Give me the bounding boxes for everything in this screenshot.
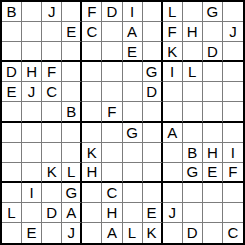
cell-r8c8[interactable]	[143, 143, 163, 163]
cell-r9c12[interactable]: F	[223, 163, 243, 183]
cell-r6c12[interactable]	[223, 102, 243, 122]
cell-r5c2[interactable]: J	[22, 82, 42, 102]
cell-r3c10[interactable]	[183, 42, 203, 62]
cell-r1c10[interactable]	[183, 2, 203, 22]
cell-r11c9[interactable]: J	[163, 203, 183, 223]
cell-r4c11[interactable]	[203, 62, 223, 82]
cell-r2c3[interactable]	[42, 22, 62, 42]
cell-r1c5[interactable]: F	[82, 2, 102, 22]
cell-r3c12[interactable]	[223, 42, 243, 62]
cell-r5c7[interactable]	[123, 82, 143, 102]
cell-r8c10[interactable]: B	[183, 143, 203, 163]
cell-r7c1[interactable]	[2, 123, 22, 143]
cell-r8c9[interactable]	[163, 143, 183, 163]
cell-r7c6[interactable]	[102, 123, 122, 143]
cell-r7c5[interactable]	[82, 123, 102, 143]
cell-r5c1[interactable]: E	[2, 82, 22, 102]
cell-r10c11[interactable]	[203, 183, 223, 203]
cell-r3c11[interactable]: D	[203, 42, 223, 62]
cell-r8c1[interactable]	[2, 143, 22, 163]
cell-r11c1[interactable]: L	[2, 203, 22, 223]
cell-r12c8[interactable]: K	[143, 223, 163, 243]
cell-r5c5[interactable]	[82, 82, 102, 102]
cell-r4c3[interactable]: F	[42, 62, 62, 82]
cell-r1c11[interactable]: G	[203, 2, 223, 22]
cell-r5c3[interactable]: C	[42, 82, 62, 102]
cell-r9c10[interactable]: G	[183, 163, 203, 183]
cell-r3c4[interactable]	[62, 42, 82, 62]
cell-r7c3[interactable]	[42, 123, 62, 143]
cell-r1c9[interactable]: L	[163, 2, 183, 22]
cell-r12c7[interactable]: L	[123, 223, 143, 243]
cell-r9c5[interactable]: H	[82, 163, 102, 183]
cell-r10c5[interactable]	[82, 183, 102, 203]
cell-r3c3[interactable]	[42, 42, 62, 62]
cell-r7c10[interactable]	[183, 123, 203, 143]
cell-r9c8[interactable]	[143, 163, 163, 183]
sudoku-board: B J FDI L G EC A FH J E K D DHF GIL EJC …	[0, 0, 245, 245]
cell-r2c12[interactable]: J	[223, 22, 243, 42]
cell-r10c8[interactable]	[143, 183, 163, 203]
cell-r6c8[interactable]	[143, 102, 163, 122]
cell-r7c8[interactable]	[143, 123, 163, 143]
cell-r10c4[interactable]: G	[62, 183, 82, 203]
cell-r9c6[interactable]	[102, 163, 122, 183]
cell-r2c10[interactable]: H	[183, 22, 203, 42]
cell-r11c8[interactable]: E	[143, 203, 163, 223]
cell-r12c3[interactable]	[42, 223, 62, 243]
cell-r8c12[interactable]: I	[223, 143, 243, 163]
cell-r6c11[interactable]	[203, 102, 223, 122]
cell-r4c1[interactable]: D	[2, 62, 22, 82]
cell-r10c10[interactable]	[183, 183, 203, 203]
cell-r11c12[interactable]	[223, 203, 243, 223]
cell-r4c5[interactable]	[82, 62, 102, 82]
cell-r12c6[interactable]: A	[102, 223, 122, 243]
cell-r10c6[interactable]: C	[102, 183, 122, 203]
cell-r4c4[interactable]	[62, 62, 82, 82]
cell-r1c4[interactable]	[62, 2, 82, 22]
cell-r10c2[interactable]: I	[22, 183, 42, 203]
cell-r1c6[interactable]: D	[102, 2, 122, 22]
cell-r5c4[interactable]	[62, 82, 82, 102]
cell-r2c7[interactable]: A	[123, 22, 143, 42]
cell-r5c8[interactable]: D	[143, 82, 163, 102]
cell-r11c4[interactable]: A	[62, 203, 82, 223]
cell-r8c6[interactable]	[102, 143, 122, 163]
cell-r9c1[interactable]	[2, 163, 22, 183]
cell-r5c10[interactable]	[183, 82, 203, 102]
cell-r9c3[interactable]: K	[42, 163, 62, 183]
cell-r11c6[interactable]: H	[102, 203, 122, 223]
cell-r4c9[interactable]: I	[163, 62, 183, 82]
cell-r2c1[interactable]	[2, 22, 22, 42]
cell-r12c1[interactable]	[2, 223, 22, 243]
cell-r3c6[interactable]	[102, 42, 122, 62]
cell-r6c7[interactable]	[123, 102, 143, 122]
cell-r6c9[interactable]	[163, 102, 183, 122]
cell-r6c4[interactable]: B	[62, 102, 82, 122]
cell-r12c11[interactable]	[203, 223, 223, 243]
cell-r3c5[interactable]	[82, 42, 102, 62]
cell-r6c1[interactable]	[2, 102, 22, 122]
cell-r10c1[interactable]	[2, 183, 22, 203]
cell-r4c12[interactable]	[223, 62, 243, 82]
cell-r4c10[interactable]: L	[183, 62, 203, 82]
cell-r8c4[interactable]	[62, 143, 82, 163]
cell-r8c2[interactable]	[22, 143, 42, 163]
cell-r11c2[interactable]	[22, 203, 42, 223]
cell-r12c2[interactable]: E	[22, 223, 42, 243]
cell-r7c4[interactable]	[62, 123, 82, 143]
cell-r9c11[interactable]: E	[203, 163, 223, 183]
cell-r5c11[interactable]	[203, 82, 223, 102]
cell-r3c9[interactable]: K	[163, 42, 183, 62]
cell-r9c7[interactable]	[123, 163, 143, 183]
cell-r4c6[interactable]	[102, 62, 122, 82]
cell-r9c2[interactable]	[22, 163, 42, 183]
cell-r7c2[interactable]	[22, 123, 42, 143]
cell-r6c10[interactable]	[183, 102, 203, 122]
cell-r12c9[interactable]	[163, 223, 183, 243]
cell-r12c10[interactable]: D	[183, 223, 203, 243]
cell-r4c7[interactable]	[123, 62, 143, 82]
cell-r1c1[interactable]: B	[2, 2, 22, 22]
cell-r8c5[interactable]: K	[82, 143, 102, 163]
cell-r5c9[interactable]	[163, 82, 183, 102]
cell-r10c3[interactable]	[42, 183, 62, 203]
cell-r1c7[interactable]: I	[123, 2, 143, 22]
cell-r1c8[interactable]	[143, 2, 163, 22]
cell-r7c9[interactable]: A	[163, 123, 183, 143]
cell-r6c2[interactable]	[22, 102, 42, 122]
cell-r11c7[interactable]	[123, 203, 143, 223]
cell-r12c5[interactable]	[82, 223, 102, 243]
cell-r10c7[interactable]	[123, 183, 143, 203]
cell-r12c12[interactable]: C	[223, 223, 243, 243]
cell-r11c10[interactable]	[183, 203, 203, 223]
cell-r11c5[interactable]	[82, 203, 102, 223]
cell-r3c2[interactable]	[22, 42, 42, 62]
cell-r2c5[interactable]: C	[82, 22, 102, 42]
cell-r6c5[interactable]	[82, 102, 102, 122]
cell-r11c11[interactable]	[203, 203, 223, 223]
cell-r7c12[interactable]	[223, 123, 243, 143]
cell-r8c11[interactable]: H	[203, 143, 223, 163]
cell-r5c12[interactable]	[223, 82, 243, 102]
cell-r3c1[interactable]	[2, 42, 22, 62]
cell-r2c9[interactable]: F	[163, 22, 183, 42]
cell-r6c6[interactable]: F	[102, 102, 122, 122]
cell-r7c11[interactable]	[203, 123, 223, 143]
cell-r2c6[interactable]	[102, 22, 122, 42]
cell-r2c8[interactable]	[143, 22, 163, 42]
cell-r2c11[interactable]	[203, 22, 223, 42]
cell-r3c7[interactable]: E	[123, 42, 143, 62]
cell-r8c3[interactable]	[42, 143, 62, 163]
cell-r2c4[interactable]: E	[62, 22, 82, 42]
cell-r4c2[interactable]: H	[22, 62, 42, 82]
cell-r4c8[interactable]: G	[143, 62, 163, 82]
cell-r12c4[interactable]: J	[62, 223, 82, 243]
cell-r2c2[interactable]	[22, 22, 42, 42]
cell-r9c9[interactable]	[163, 163, 183, 183]
cell-r3c8[interactable]	[143, 42, 163, 62]
cell-r10c12[interactable]	[223, 183, 243, 203]
cell-r9c4[interactable]: L	[62, 163, 82, 183]
cell-r1c12[interactable]	[223, 2, 243, 22]
cell-r6c3[interactable]	[42, 102, 62, 122]
cell-r8c7[interactable]	[123, 143, 143, 163]
cell-r1c3[interactable]: J	[42, 2, 62, 22]
cell-r1c2[interactable]	[22, 2, 42, 22]
cell-r5c6[interactable]	[102, 82, 122, 102]
cell-r11c3[interactable]: D	[42, 203, 62, 223]
cell-r10c9[interactable]	[163, 183, 183, 203]
cell-r7c7[interactable]: G	[123, 123, 143, 143]
